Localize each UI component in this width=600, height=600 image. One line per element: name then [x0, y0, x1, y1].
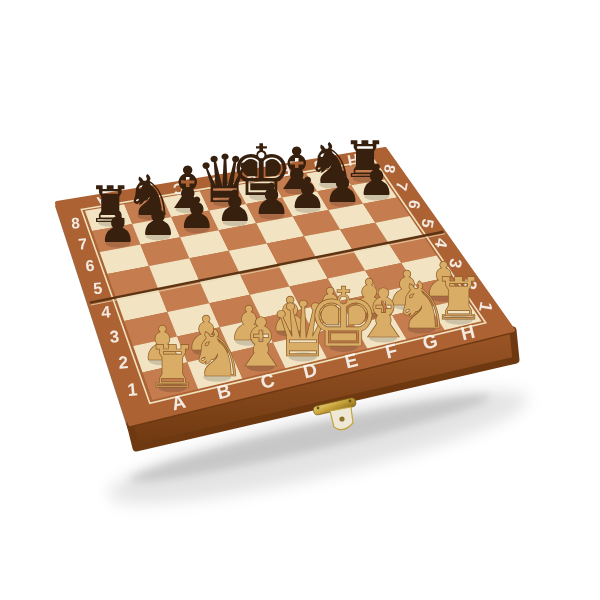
piece-glyph: ♟: [178, 188, 217, 238]
rank-label-left: 6: [85, 257, 95, 275]
piece-black-pawn[interactable]: ♟: [178, 188, 217, 238]
piece-black-pawn[interactable]: ♟: [288, 168, 327, 218]
chess-box-photo: 1122334455667788AABBCCDDEEFFGGHH♜♞♝♛♚♝♞♜…: [0, 0, 600, 600]
piece-black-pawn[interactable]: ♟: [99, 202, 138, 252]
rank-label-left: 2: [118, 352, 129, 373]
rank-label-left: 7: [78, 235, 88, 253]
piece-black-pawn[interactable]: ♟: [357, 155, 396, 205]
piece-black-pawn[interactable]: ♟: [215, 181, 254, 231]
piece-glyph: ♟: [99, 202, 138, 252]
piece-black-pawn[interactable]: ♟: [139, 195, 178, 245]
piece-glyph: ♟: [139, 195, 178, 245]
piece-glyph: ♟: [357, 155, 396, 205]
rank-label-left: 1: [127, 379, 139, 400]
clasp-screw-right: [349, 400, 352, 403]
clasp-screw-left: [317, 407, 320, 410]
piece-glyph: ♜: [433, 265, 485, 333]
piece-glyph: ♟: [215, 181, 254, 231]
board-photo-svg: 1122334455667788AABBCCDDEEFFGGHH♜♞♝♛♚♝♞♜…: [0, 0, 600, 600]
piece-glyph: ♟: [323, 162, 362, 212]
rank-label-left: 3: [109, 327, 120, 347]
rank-label-left: 5: [92, 278, 103, 297]
clasp-latch-hole: [339, 416, 344, 421]
piece-black-pawn[interactable]: ♟: [252, 174, 291, 224]
piece-glyph: ♟: [252, 174, 291, 224]
piece-black-pawn[interactable]: ♟: [323, 162, 362, 212]
piece-white-rook[interactable]: ♜: [433, 265, 485, 333]
piece-glyph: ♟: [288, 168, 327, 218]
